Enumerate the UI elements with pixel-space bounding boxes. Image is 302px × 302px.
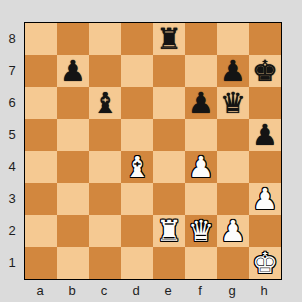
square-e2[interactable]: ♜ [153, 215, 185, 247]
file-label-b: b [56, 280, 88, 300]
square-a1[interactable] [25, 247, 57, 279]
chess-board[interactable]: ♜♟♟♚♝♟♛♟♝♟♟♜♛♟♚ [24, 22, 282, 280]
square-h6[interactable] [249, 87, 281, 119]
square-g5[interactable] [217, 119, 249, 151]
square-a7[interactable] [25, 55, 57, 87]
file-label-f: f [184, 280, 216, 300]
square-g4[interactable] [217, 151, 249, 183]
rank-label-2: 2 [0, 214, 24, 246]
square-a5[interactable] [25, 119, 57, 151]
square-e8[interactable]: ♜ [153, 23, 185, 55]
square-b4[interactable] [57, 151, 89, 183]
square-c4[interactable] [89, 151, 121, 183]
square-a4[interactable] [25, 151, 57, 183]
white-pawn-icon[interactable]: ♟ [188, 151, 214, 183]
black-queen-icon[interactable]: ♛ [220, 87, 246, 119]
square-c1[interactable] [89, 247, 121, 279]
file-label-e: e [152, 280, 184, 300]
square-e7[interactable] [153, 55, 185, 87]
black-pawn-icon[interactable]: ♟ [252, 119, 278, 151]
square-f5[interactable] [185, 119, 217, 151]
square-f8[interactable] [185, 23, 217, 55]
square-f6[interactable]: ♟ [185, 87, 217, 119]
file-labels: abcdefgh [24, 280, 280, 300]
square-g2[interactable]: ♟ [217, 215, 249, 247]
square-h1[interactable]: ♚ [249, 247, 281, 279]
square-c5[interactable] [89, 119, 121, 151]
square-f7[interactable] [185, 55, 217, 87]
square-b5[interactable] [57, 119, 89, 151]
file-label-d: d [120, 280, 152, 300]
rank-label-8: 8 [0, 22, 24, 54]
white-rook-icon[interactable]: ♜ [156, 215, 182, 247]
file-label-a: a [24, 280, 56, 300]
rank-label-7: 7 [0, 54, 24, 86]
white-king-icon[interactable]: ♚ [252, 247, 278, 279]
square-a6[interactable] [25, 87, 57, 119]
black-pawn-icon[interactable]: ♟ [220, 55, 246, 87]
square-d7[interactable] [121, 55, 153, 87]
square-e4[interactable] [153, 151, 185, 183]
square-g3[interactable] [217, 183, 249, 215]
square-h4[interactable] [249, 151, 281, 183]
rank-label-5: 5 [0, 118, 24, 150]
square-g6[interactable]: ♛ [217, 87, 249, 119]
black-pawn-icon[interactable]: ♟ [188, 87, 214, 119]
square-g8[interactable] [217, 23, 249, 55]
square-d5[interactable] [121, 119, 153, 151]
square-d3[interactable] [121, 183, 153, 215]
square-a3[interactable] [25, 183, 57, 215]
square-f4[interactable]: ♟ [185, 151, 217, 183]
square-e6[interactable] [153, 87, 185, 119]
white-pawn-icon[interactable]: ♟ [252, 183, 278, 215]
square-c3[interactable] [89, 183, 121, 215]
square-h5[interactable]: ♟ [249, 119, 281, 151]
square-b8[interactable] [57, 23, 89, 55]
rank-labels: 87654321 [0, 22, 24, 278]
square-b3[interactable] [57, 183, 89, 215]
square-e3[interactable] [153, 183, 185, 215]
square-b6[interactable] [57, 87, 89, 119]
chess-board-window: 87654321 ♜♟♟♚♝♟♛♟♝♟♟♜♛♟♚ abcdefgh [0, 0, 302, 302]
square-h3[interactable]: ♟ [249, 183, 281, 215]
square-h7[interactable]: ♚ [249, 55, 281, 87]
square-c8[interactable] [89, 23, 121, 55]
square-d4[interactable]: ♝ [121, 151, 153, 183]
square-f3[interactable] [185, 183, 217, 215]
square-e1[interactable] [153, 247, 185, 279]
square-a8[interactable] [25, 23, 57, 55]
square-g7[interactable]: ♟ [217, 55, 249, 87]
square-h8[interactable] [249, 23, 281, 55]
square-b7[interactable]: ♟ [57, 55, 89, 87]
black-pawn-icon[interactable]: ♟ [60, 55, 86, 87]
file-label-g: g [216, 280, 248, 300]
rank-label-6: 6 [0, 86, 24, 118]
square-f2[interactable]: ♛ [185, 215, 217, 247]
square-d2[interactable] [121, 215, 153, 247]
square-f1[interactable] [185, 247, 217, 279]
square-b1[interactable] [57, 247, 89, 279]
black-rook-icon[interactable]: ♜ [156, 23, 182, 55]
black-king-icon[interactable]: ♚ [252, 55, 278, 87]
square-g1[interactable] [217, 247, 249, 279]
square-d8[interactable] [121, 23, 153, 55]
square-e5[interactable] [153, 119, 185, 151]
square-c2[interactable] [89, 215, 121, 247]
square-d6[interactable] [121, 87, 153, 119]
square-c6[interactable]: ♝ [89, 87, 121, 119]
file-label-h: h [248, 280, 280, 300]
white-bishop-icon[interactable]: ♝ [124, 151, 150, 183]
square-a2[interactable] [25, 215, 57, 247]
square-d1[interactable] [121, 247, 153, 279]
square-b2[interactable] [57, 215, 89, 247]
rank-label-4: 4 [0, 150, 24, 182]
rank-label-1: 1 [0, 246, 24, 278]
white-queen-icon[interactable]: ♛ [188, 215, 214, 247]
square-h2[interactable] [249, 215, 281, 247]
rank-label-3: 3 [0, 182, 24, 214]
black-bishop-icon[interactable]: ♝ [92, 87, 118, 119]
file-label-c: c [88, 280, 120, 300]
white-pawn-icon[interactable]: ♟ [220, 215, 246, 247]
square-c7[interactable] [89, 55, 121, 87]
